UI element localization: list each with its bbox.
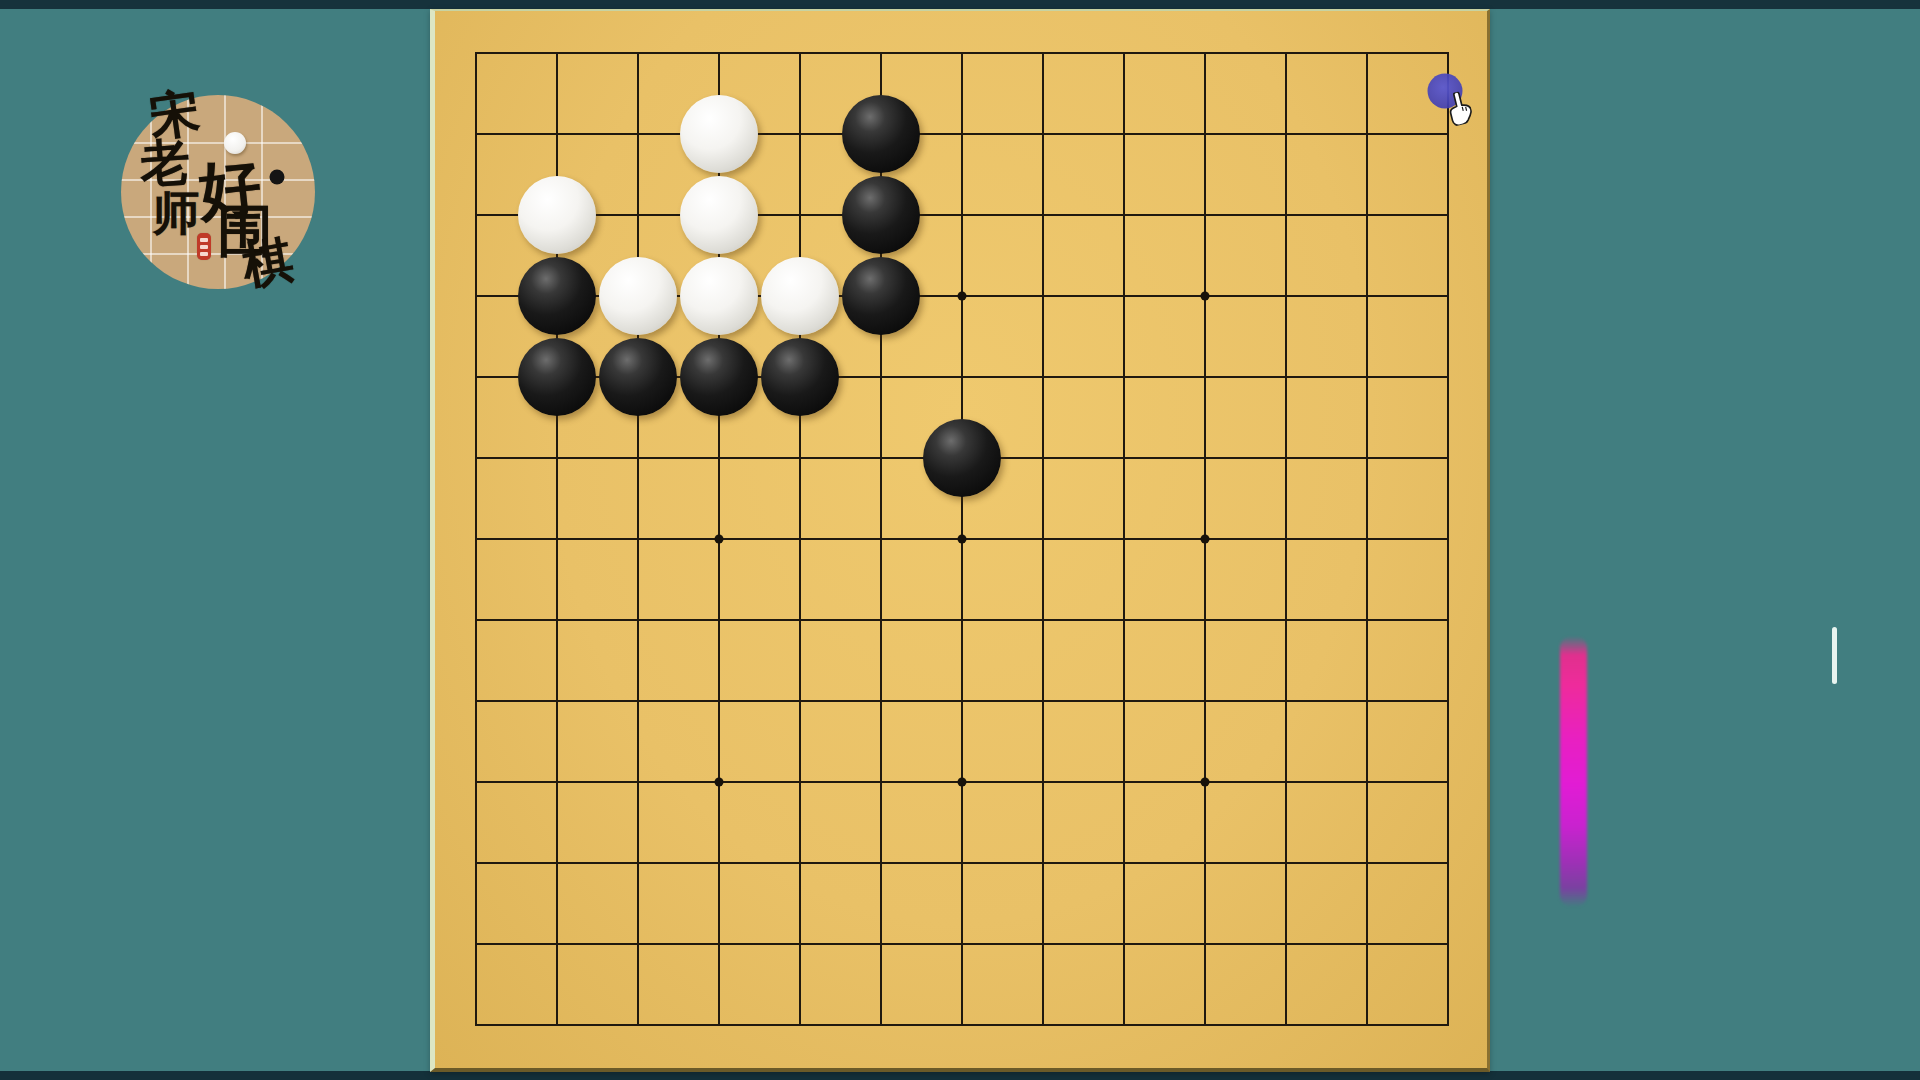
grid-line-horizontal (475, 1024, 1449, 1026)
white-stone (599, 257, 677, 335)
grid-line-vertical (1285, 52, 1287, 1026)
black-stone (761, 338, 839, 416)
white-stone (761, 257, 839, 335)
top-letterbox-band (0, 0, 1920, 9)
star-point (1201, 778, 1210, 787)
star-point (958, 778, 967, 787)
logo-black-stone-icon (270, 170, 285, 185)
white-tick-mark (1832, 627, 1837, 684)
star-point (715, 535, 724, 544)
bottom-letterbox-band (0, 1071, 1920, 1080)
go-board[interactable] (430, 9, 1490, 1072)
black-stone (842, 176, 920, 254)
grid-line-vertical (1447, 52, 1449, 1026)
black-stone (923, 419, 1001, 497)
grid-line-vertical (1123, 52, 1125, 1026)
board-grid (476, 53, 1448, 1025)
star-point (958, 292, 967, 301)
black-stone (842, 257, 920, 335)
star-point (958, 535, 967, 544)
grid-line-horizontal (475, 943, 1449, 945)
video-frame: 宋老师好围棋 (0, 0, 1920, 1080)
magenta-highlight-bar (1560, 636, 1587, 907)
black-stone (518, 257, 596, 335)
star-point (715, 778, 724, 787)
grid-line-vertical (1042, 52, 1044, 1026)
logo-character: 师 (153, 189, 200, 236)
black-stone (599, 338, 677, 416)
grid-line-horizontal (475, 619, 1449, 621)
logo-character: 老 (138, 136, 191, 189)
black-stone (680, 338, 758, 416)
white-stone (680, 176, 758, 254)
black-stone (518, 338, 596, 416)
black-stone (842, 95, 920, 173)
star-point (1201, 292, 1210, 301)
white-stone (680, 257, 758, 335)
logo-character: 棋 (239, 234, 297, 292)
white-stone (680, 95, 758, 173)
grid-line-vertical (1366, 52, 1368, 1026)
grid-line-horizontal (475, 862, 1449, 864)
white-stone (518, 176, 596, 254)
grid-line-horizontal (475, 700, 1449, 702)
star-point (1201, 535, 1210, 544)
